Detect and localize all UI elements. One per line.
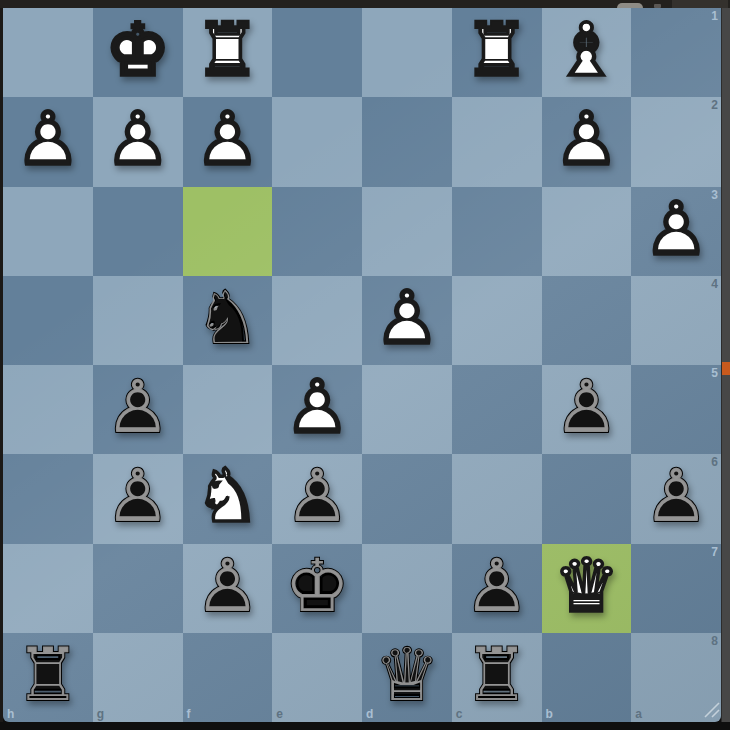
- square-d2[interactable]: [362, 97, 452, 186]
- square-b5[interactable]: ♟♙: [542, 365, 632, 454]
- square-d8[interactable]: d♛♕: [362, 633, 452, 722]
- square-c2[interactable]: [452, 97, 542, 186]
- square-a3[interactable]: 3♟♙: [631, 187, 721, 276]
- square-f4[interactable]: ♞♘: [183, 276, 273, 365]
- square-b7[interactable]: ♛♕: [542, 544, 632, 633]
- piece-black-pawn[interactable]: ♟♙: [272, 454, 362, 543]
- square-d5[interactable]: [362, 365, 452, 454]
- file-label-a: a: [635, 708, 642, 720]
- square-e6[interactable]: ♟♙: [272, 454, 362, 543]
- toolbar-icon-fragment: [617, 3, 643, 8]
- square-g1[interactable]: ♚♔: [93, 8, 183, 97]
- square-g4[interactable]: [93, 276, 183, 365]
- square-a1[interactable]: 1: [631, 8, 721, 97]
- piece-white-pawn[interactable]: ♟♙: [542, 97, 632, 186]
- file-label-d: d: [366, 708, 373, 720]
- square-h1[interactable]: [3, 8, 93, 97]
- square-e5[interactable]: ♟♙: [272, 365, 362, 454]
- browser-chrome-sliver: [0, 0, 730, 8]
- piece-black-pawn[interactable]: ♟♙: [452, 544, 542, 633]
- piece-white-pawn[interactable]: ♟♙: [362, 276, 452, 365]
- square-d4[interactable]: ♟♙: [362, 276, 452, 365]
- toolbar-icon-fragment: [654, 4, 661, 8]
- square-f5[interactable]: [183, 365, 273, 454]
- square-e3[interactable]: [272, 187, 362, 276]
- file-label-e: e: [276, 708, 283, 720]
- piece-white-pawn[interactable]: ♟♙: [93, 97, 183, 186]
- piece-black-pawn[interactable]: ♟♙: [183, 544, 273, 633]
- rank-label-6: 6: [711, 456, 718, 468]
- square-h7[interactable]: [3, 544, 93, 633]
- square-f8[interactable]: f: [183, 633, 273, 722]
- piece-white-king[interactable]: ♚♔: [93, 8, 183, 97]
- rank-label-8: 8: [711, 635, 718, 647]
- square-g8[interactable]: g: [93, 633, 183, 722]
- rank-label-2: 2: [711, 99, 718, 111]
- piece-white-rook[interactable]: ♜♖: [452, 8, 542, 97]
- piece-black-queen[interactable]: ♛♕: [362, 633, 452, 722]
- square-a5[interactable]: 5: [631, 365, 721, 454]
- square-e7[interactable]: ♚♔: [272, 544, 362, 633]
- square-b4[interactable]: [542, 276, 632, 365]
- square-a7[interactable]: 7: [631, 544, 721, 633]
- square-h8[interactable]: h♜♖: [3, 633, 93, 722]
- square-b1[interactable]: ♝♗: [542, 8, 632, 97]
- square-h4[interactable]: [3, 276, 93, 365]
- square-d6[interactable]: [362, 454, 452, 543]
- piece-black-rook[interactable]: ♜♖: [3, 633, 93, 722]
- piece-white-pawn[interactable]: ♟♙: [631, 187, 721, 276]
- square-b8[interactable]: b: [542, 633, 632, 722]
- square-c7[interactable]: ♟♙: [452, 544, 542, 633]
- piece-white-knight[interactable]: ♞♘: [183, 454, 273, 543]
- piece-white-queen[interactable]: ♛♕: [542, 544, 632, 633]
- file-label-c: c: [456, 708, 463, 720]
- square-e8[interactable]: e: [272, 633, 362, 722]
- square-b3[interactable]: [542, 187, 632, 276]
- file-label-b: b: [546, 708, 553, 720]
- square-f6[interactable]: ♞♘: [183, 454, 273, 543]
- square-b6[interactable]: [542, 454, 632, 543]
- square-c3[interactable]: [452, 187, 542, 276]
- piece-white-bishop[interactable]: ♝♗: [542, 8, 632, 97]
- piece-white-pawn[interactable]: ♟♙: [272, 365, 362, 454]
- square-h6[interactable]: [3, 454, 93, 543]
- piece-black-king[interactable]: ♚♔: [272, 544, 362, 633]
- square-c8[interactable]: c♜♖: [452, 633, 542, 722]
- square-b2[interactable]: ♟♙: [542, 97, 632, 186]
- chess-app: ♚♔♜♖♜♖♝♗1♟♙♟♙♟♙♟♙23♟♙♞♘♟♙4♟♙♟♙♟♙5♟♙♞♘♟♙6…: [0, 0, 730, 730]
- square-a2[interactable]: 2: [631, 97, 721, 186]
- square-a6[interactable]: 6♟♙: [631, 454, 721, 543]
- piece-black-pawn[interactable]: ♟♙: [542, 365, 632, 454]
- square-h5[interactable]: [3, 365, 93, 454]
- piece-black-pawn[interactable]: ♟♙: [631, 454, 721, 543]
- square-h3[interactable]: [3, 187, 93, 276]
- piece-white-pawn[interactable]: ♟♙: [183, 97, 273, 186]
- resize-handle-icon[interactable]: [701, 699, 721, 719]
- square-g3[interactable]: [93, 187, 183, 276]
- square-e4[interactable]: [272, 276, 362, 365]
- piece-white-rook[interactable]: ♜♖: [183, 8, 273, 97]
- square-d3[interactable]: [362, 187, 452, 276]
- square-g7[interactable]: [93, 544, 183, 633]
- square-d1[interactable]: [362, 8, 452, 97]
- chess-board[interactable]: ♚♔♜♖♜♖♝♗1♟♙♟♙♟♙♟♙23♟♙♞♘♟♙4♟♙♟♙♟♙5♟♙♞♘♟♙6…: [3, 8, 721, 722]
- square-f3[interactable]: [183, 187, 273, 276]
- piece-black-pawn[interactable]: ♟♙: [93, 454, 183, 543]
- square-g5[interactable]: ♟♙: [93, 365, 183, 454]
- square-g6[interactable]: ♟♙: [93, 454, 183, 543]
- square-f2[interactable]: ♟♙: [183, 97, 273, 186]
- square-c4[interactable]: [452, 276, 542, 365]
- square-f7[interactable]: ♟♙: [183, 544, 273, 633]
- square-d7[interactable]: [362, 544, 452, 633]
- square-g2[interactable]: ♟♙: [93, 97, 183, 186]
- rank-label-5: 5: [711, 367, 718, 379]
- piece-black-rook[interactable]: ♜♖: [452, 633, 542, 722]
- piece-white-pawn[interactable]: ♟♙: [3, 97, 93, 186]
- rank-label-4: 4: [711, 278, 718, 290]
- file-label-g: g: [97, 708, 104, 720]
- square-e2[interactable]: [272, 97, 362, 186]
- square-c6[interactable]: [452, 454, 542, 543]
- square-h2[interactable]: ♟♙: [3, 97, 93, 186]
- file-label-f: f: [187, 708, 191, 720]
- square-f1[interactable]: ♜♖: [183, 8, 273, 97]
- piece-black-knight[interactable]: ♞♘: [183, 276, 273, 365]
- square-c1[interactable]: ♜♖: [452, 8, 542, 97]
- file-label-h: h: [7, 708, 14, 720]
- rank-label-7: 7: [711, 546, 718, 558]
- window-bottom-edge: [0, 722, 730, 730]
- square-e1[interactable]: [272, 8, 362, 97]
- square-a4[interactable]: 4: [631, 276, 721, 365]
- rank-label-1: 1: [711, 10, 718, 22]
- square-c5[interactable]: [452, 365, 542, 454]
- rank-label-3: 3: [711, 189, 718, 201]
- toolbar-tab-fragment: [672, 0, 728, 8]
- piece-black-pawn[interactable]: ♟♙: [93, 365, 183, 454]
- scroll-position-marker: [722, 362, 730, 375]
